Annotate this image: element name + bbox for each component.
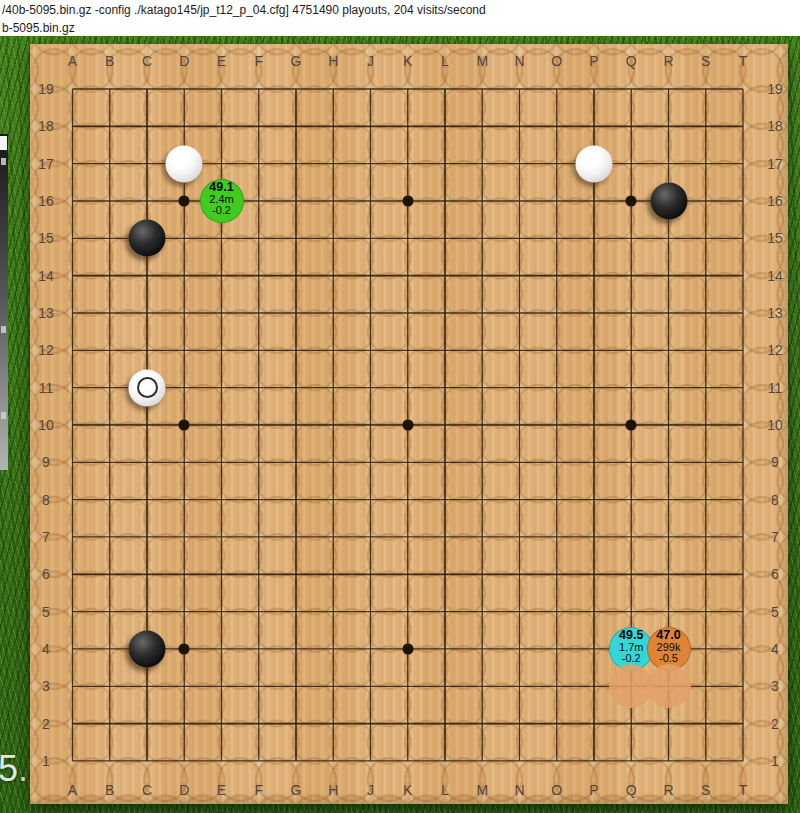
coordinate-label-left: 3 (42, 678, 50, 694)
coordinate-label-bottom: L (441, 782, 449, 798)
coordinate-label-left: 1 (42, 753, 50, 769)
coordinate-label-top: C (142, 53, 152, 69)
star-point (402, 195, 413, 206)
coordinate-label-bottom: E (217, 782, 226, 798)
coordinate-label-left: 18 (38, 118, 54, 134)
coordinate-label-top: R (663, 53, 673, 69)
coordinate-label-right: 1 (771, 753, 779, 769)
coordinate-label-top: F (254, 53, 263, 69)
coordinate-label-left: 17 (38, 156, 54, 172)
coordinate-label-right: 19 (767, 81, 783, 97)
stone-white[interactable] (129, 369, 166, 406)
left-window-edge (0, 134, 8, 470)
coordinate-label-bottom: H (328, 782, 338, 798)
coordinate-label-top: N (514, 53, 524, 69)
coordinate-label-top: O (551, 53, 562, 69)
coordinate-label-left: 4 (42, 641, 50, 657)
coordinate-label-right: 15 (767, 230, 783, 246)
coordinate-label-right: 3 (771, 678, 779, 694)
coordinate-label-top: M (476, 53, 488, 69)
coordinate-label-bottom: A (68, 782, 77, 798)
coordinate-label-left: 10 (38, 417, 54, 433)
coordinate-label-left: 8 (42, 492, 50, 508)
coordinate-label-bottom: S (701, 782, 710, 798)
coordinate-label-right: 17 (767, 156, 783, 172)
star-point (402, 419, 413, 430)
left-window-edge-mark (1, 158, 6, 165)
coordinate-label-top: G (291, 53, 302, 69)
coordinate-label-bottom: T (739, 782, 748, 798)
coordinate-label-bottom: K (403, 782, 412, 798)
stone-black[interactable] (650, 182, 687, 219)
star-point (179, 643, 190, 654)
stone-white[interactable] (166, 145, 203, 182)
coordinate-label-right: 11 (768, 380, 783, 396)
coordinate-label-top: P (589, 53, 598, 69)
coordinate-label-right: 2 (771, 716, 779, 732)
star-point (402, 643, 413, 654)
coordinate-label-left: 11 (39, 380, 54, 396)
analysis-toolbar: /40b-5095.bin.gz -config ./katago145/jp_… (0, 0, 800, 36)
coordinate-label-top: B (105, 53, 114, 69)
coordinate-label-right: 7 (771, 529, 779, 545)
star-point (179, 195, 190, 206)
left-window-edge-highlight (0, 136, 7, 150)
coordinate-label-right: 14 (767, 268, 783, 284)
coordinate-label-right: 16 (767, 193, 783, 209)
coordinate-label-left: 2 (42, 716, 50, 732)
coordinate-label-bottom: R (663, 782, 673, 798)
coordinate-label-right: 4 (771, 641, 779, 657)
coordinate-label-left: 19 (38, 81, 54, 97)
stone-black[interactable] (129, 220, 166, 257)
coordinate-label-bottom: B (105, 782, 114, 798)
coordinate-label-left: 9 (42, 454, 50, 470)
network-name-line: b-5095.bin.gz (2, 21, 75, 35)
coordinate-label-left: 12 (38, 342, 54, 358)
star-point (626, 419, 637, 430)
coordinate-label-left: 7 (42, 529, 50, 545)
coordinate-label-bottom: Q (626, 782, 637, 798)
left-window-edge-mark (1, 412, 6, 419)
go-board[interactable]: AABBCCDDEEFFGGHHJJKKLLMMNNOOPPQQRRSSTT19… (30, 44, 788, 804)
coordinate-label-bottom: D (179, 782, 189, 798)
coordinate-label-top: E (217, 53, 226, 69)
coordinate-label-top: H (328, 53, 338, 69)
coordinate-label-left: 15 (38, 230, 54, 246)
coordinate-label-bottom: G (291, 782, 302, 798)
coordinate-label-bottom: M (476, 782, 488, 798)
engine-status-line: /40b-5095.bin.gz -config ./katago145/jp_… (2, 3, 486, 17)
coordinate-label-left: 16 (38, 193, 54, 209)
coordinate-label-left: 6 (42, 566, 50, 582)
coordinate-label-bottom: C (142, 782, 152, 798)
coordinate-label-right: 18 (767, 118, 783, 134)
candidate-move[interactable]: 49.12.4m-0.2 (200, 179, 244, 223)
left-window-edge-mark (1, 326, 6, 333)
stone-black[interactable] (129, 630, 166, 667)
stone-white[interactable] (576, 145, 613, 182)
move-number-fragment: 5. (0, 748, 28, 790)
coordinate-label-right: 13 (767, 305, 783, 321)
coordinate-label-top: L (441, 53, 449, 69)
coordinate-label-right: 10 (767, 417, 783, 433)
coordinate-label-right: 12 (767, 342, 783, 358)
last-move-marker (137, 377, 158, 398)
coordinate-label-left: 13 (38, 305, 54, 321)
coordinate-label-left: 14 (38, 268, 54, 284)
candidate-score: -0.2 (212, 205, 231, 216)
coordinate-label-bottom: J (367, 782, 374, 798)
coordinate-label-bottom: N (514, 782, 524, 798)
coordinate-label-bottom: F (254, 782, 263, 798)
candidate-move[interactable] (647, 664, 691, 708)
coordinate-label-top: A (68, 53, 77, 69)
coordinate-label-left: 5 (42, 604, 50, 620)
star-point (626, 195, 637, 206)
coordinate-label-top: D (179, 53, 189, 69)
coordinate-label-top: K (403, 53, 412, 69)
coordinate-label-right: 6 (771, 566, 779, 582)
coordinate-label-bottom: P (589, 782, 598, 798)
candidate-score: -0.5 (659, 653, 678, 664)
coordinate-label-right: 5 (771, 604, 779, 620)
app-window: /40b-5095.bin.gz -config ./katago145/jp_… (0, 0, 800, 813)
coordinate-label-top: Q (626, 53, 637, 69)
coordinate-label-bottom: O (551, 782, 562, 798)
coordinate-label-top: S (701, 53, 710, 69)
coordinate-label-right: 8 (771, 492, 779, 508)
candidate-score: -0.2 (622, 653, 641, 664)
coordinate-label-right: 9 (771, 454, 779, 470)
coordinate-label-top: J (367, 53, 374, 69)
coordinate-label-top: T (739, 53, 748, 69)
star-point (179, 419, 190, 430)
